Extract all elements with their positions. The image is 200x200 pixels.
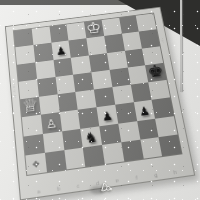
file-label: b — [48, 183, 69, 194]
table-edge-right — [180, 0, 182, 92]
photo-scene: ♔♟♚♕♙♟♟♞❖ abcdefgh ·:·:·:· ·:· ♙ — [0, 0, 200, 200]
chess-board: ♔♟♚♕♙♟♟♞❖ abcdefgh ·:·:·:· ·:· — [5, 7, 195, 200]
black-pawn: ♟ — [55, 45, 67, 57]
file-label: a — [29, 186, 50, 197]
file-label: h — [165, 167, 186, 178]
board-emblem-icon: ❖ — [31, 159, 40, 169]
square-a1: ❖ — [25, 153, 46, 175]
square-c1 — [64, 148, 86, 170]
black-king: ♚ — [146, 62, 165, 80]
white-king: ♔ — [85, 19, 102, 36]
white-pawn: ♙ — [45, 118, 57, 131]
black-pawn: ♟ — [101, 110, 113, 123]
file-label: g — [146, 169, 167, 180]
square-h1 — [159, 135, 182, 157]
black-pawn: ♟ — [138, 105, 151, 118]
black-knight: ♞ — [84, 129, 99, 144]
white-queen: ♕ — [21, 96, 39, 115]
square-b1 — [45, 150, 67, 172]
board-brand-text-right: ·:· — [160, 38, 166, 44]
board-brand-text: ·:·:·:· — [12, 83, 18, 99]
file-label: c — [68, 180, 89, 191]
captured-white-pawn: ♙ — [99, 180, 116, 196]
file-label: f — [126, 172, 147, 183]
chess-grid: ♔♟♚♕♙♟♟♞❖ — [14, 14, 182, 176]
